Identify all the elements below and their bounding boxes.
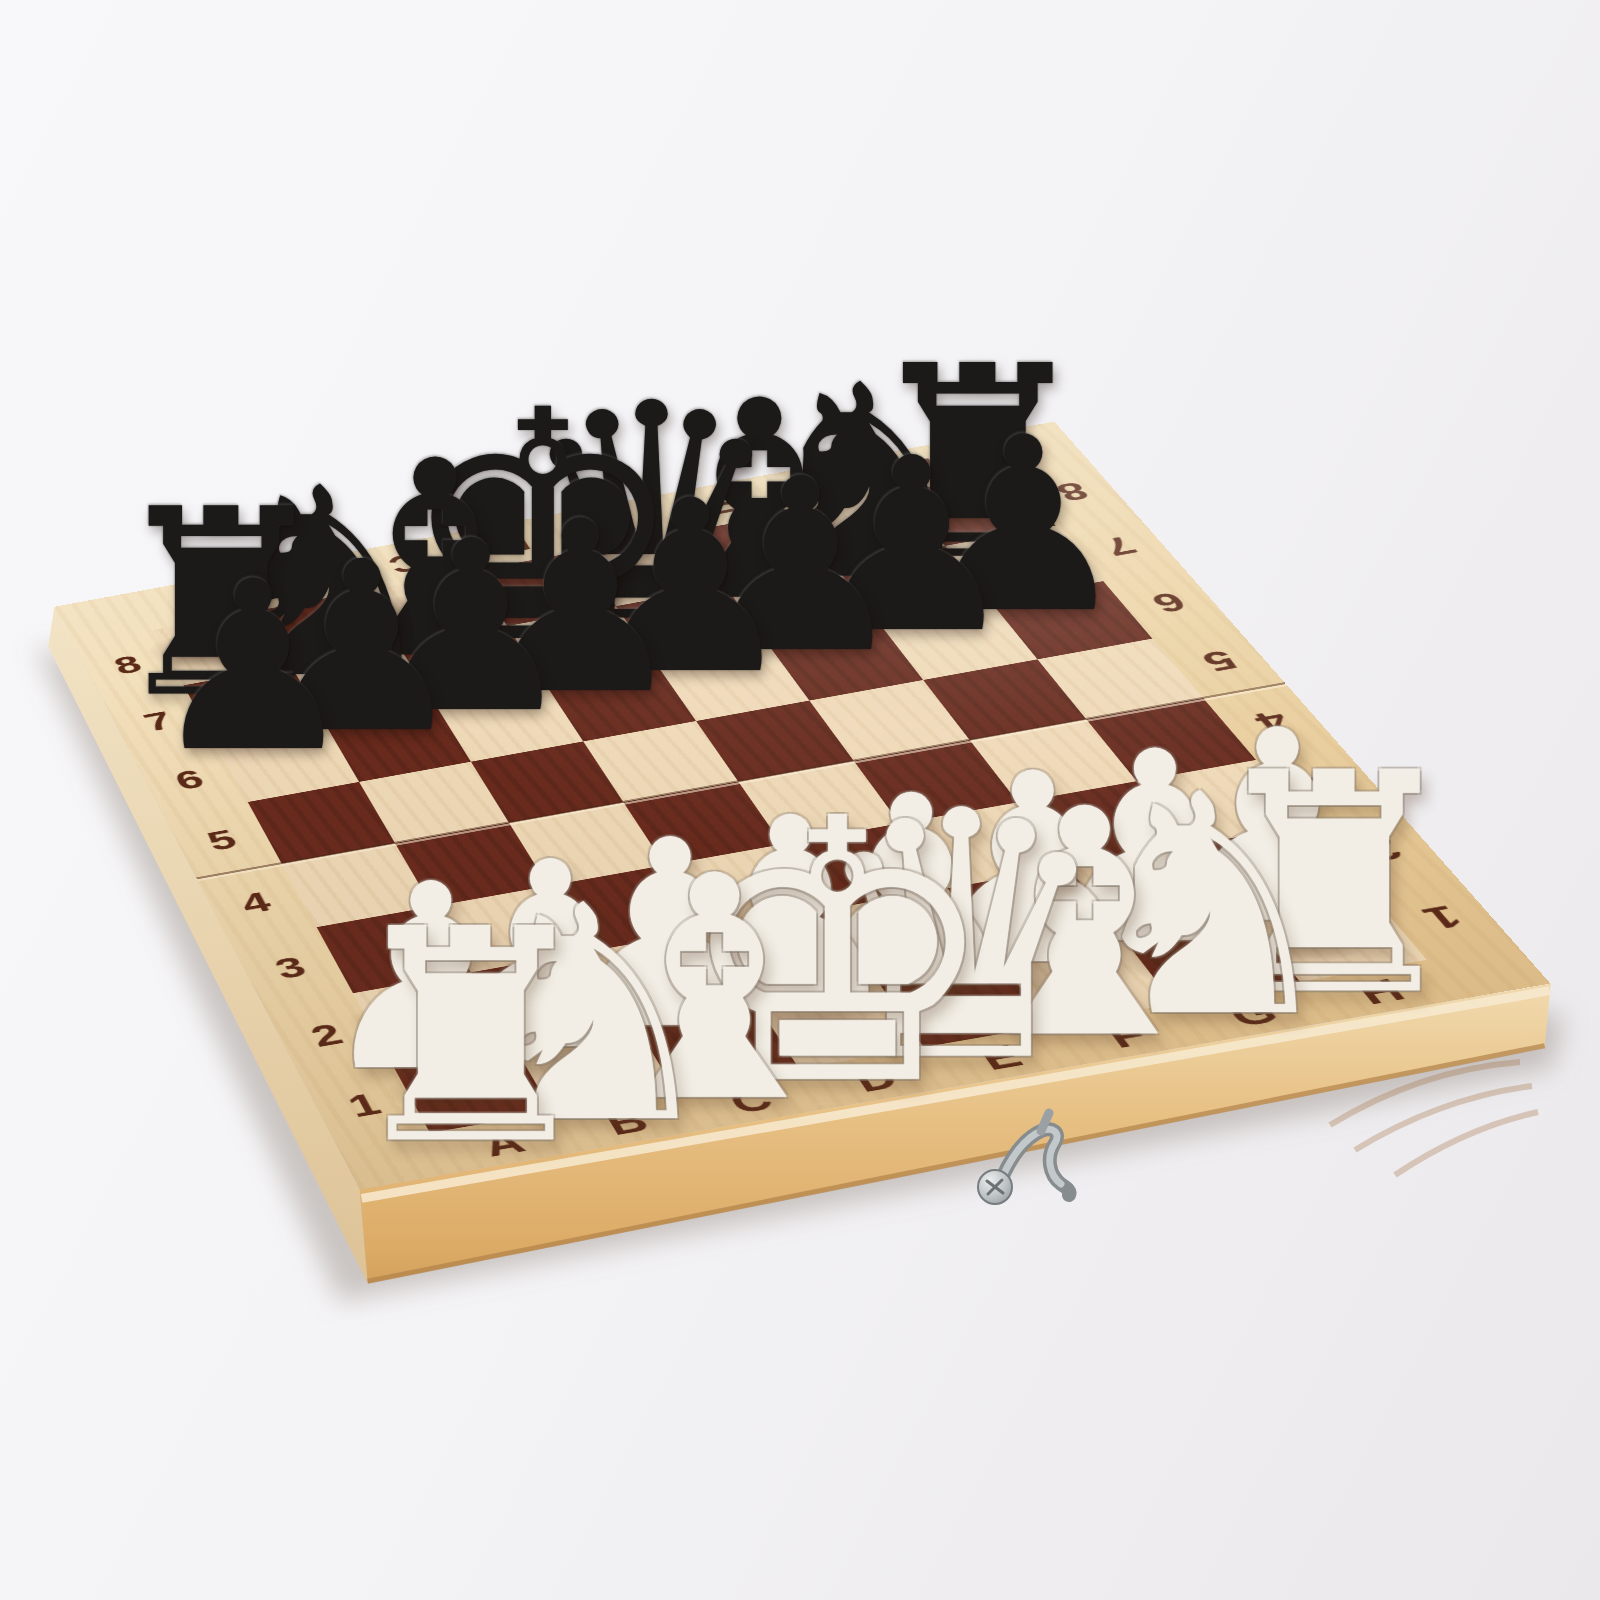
rank-label-right-6: 6 <box>1145 588 1191 616</box>
file-label-top-C: C <box>383 549 428 577</box>
file-label-top-E: E <box>596 510 641 537</box>
rank-label-right-2: 2 <box>1358 833 1410 865</box>
file-label-bottom-B: B <box>599 1104 654 1140</box>
file-label-bottom-F: F <box>1100 1018 1154 1053</box>
rank-label-left-6: 6 <box>170 765 208 794</box>
rank-label-left-3: 3 <box>270 952 311 984</box>
file-label-bottom-C: C <box>723 1082 779 1118</box>
file-label-bottom-A: A <box>476 1125 530 1161</box>
rank-label-left-2: 2 <box>306 1019 348 1052</box>
chess-product-photo: 8765432187654321ABCDEFGHABCDEFGH ♜♞♝♟♛♟♚… <box>0 0 1600 1600</box>
file-label-top-F: F <box>704 491 747 518</box>
rank-label-right-8: 8 <box>1050 478 1094 505</box>
file-label-top-B: B <box>278 569 322 597</box>
rank-label-right-1: 1 <box>1416 900 1469 933</box>
rank-label-right-5: 5 <box>1196 646 1244 675</box>
file-label-top-H: H <box>916 451 966 478</box>
rank-label-right-4: 4 <box>1248 706 1297 736</box>
rank-label-right-7: 7 <box>1097 532 1142 559</box>
rank-label-left-1: 1 <box>343 1088 386 1122</box>
rank-label-left-7: 7 <box>140 707 177 735</box>
rank-label-left-8: 8 <box>110 651 146 678</box>
file-label-bottom-E: E <box>973 1040 1029 1076</box>
rank-label-right-3: 3 <box>1302 768 1352 799</box>
rank-label-left-5: 5 <box>202 825 241 855</box>
file-label-top-D: D <box>489 530 535 558</box>
file-label-top-A: A <box>174 588 218 616</box>
file-label-top-G: G <box>807 470 858 498</box>
rank-label-left-4: 4 <box>236 887 276 918</box>
file-label-bottom-H: H <box>1350 974 1412 1010</box>
file-label-bottom-G: G <box>1222 995 1286 1031</box>
file-label-bottom-D: D <box>847 1061 904 1097</box>
